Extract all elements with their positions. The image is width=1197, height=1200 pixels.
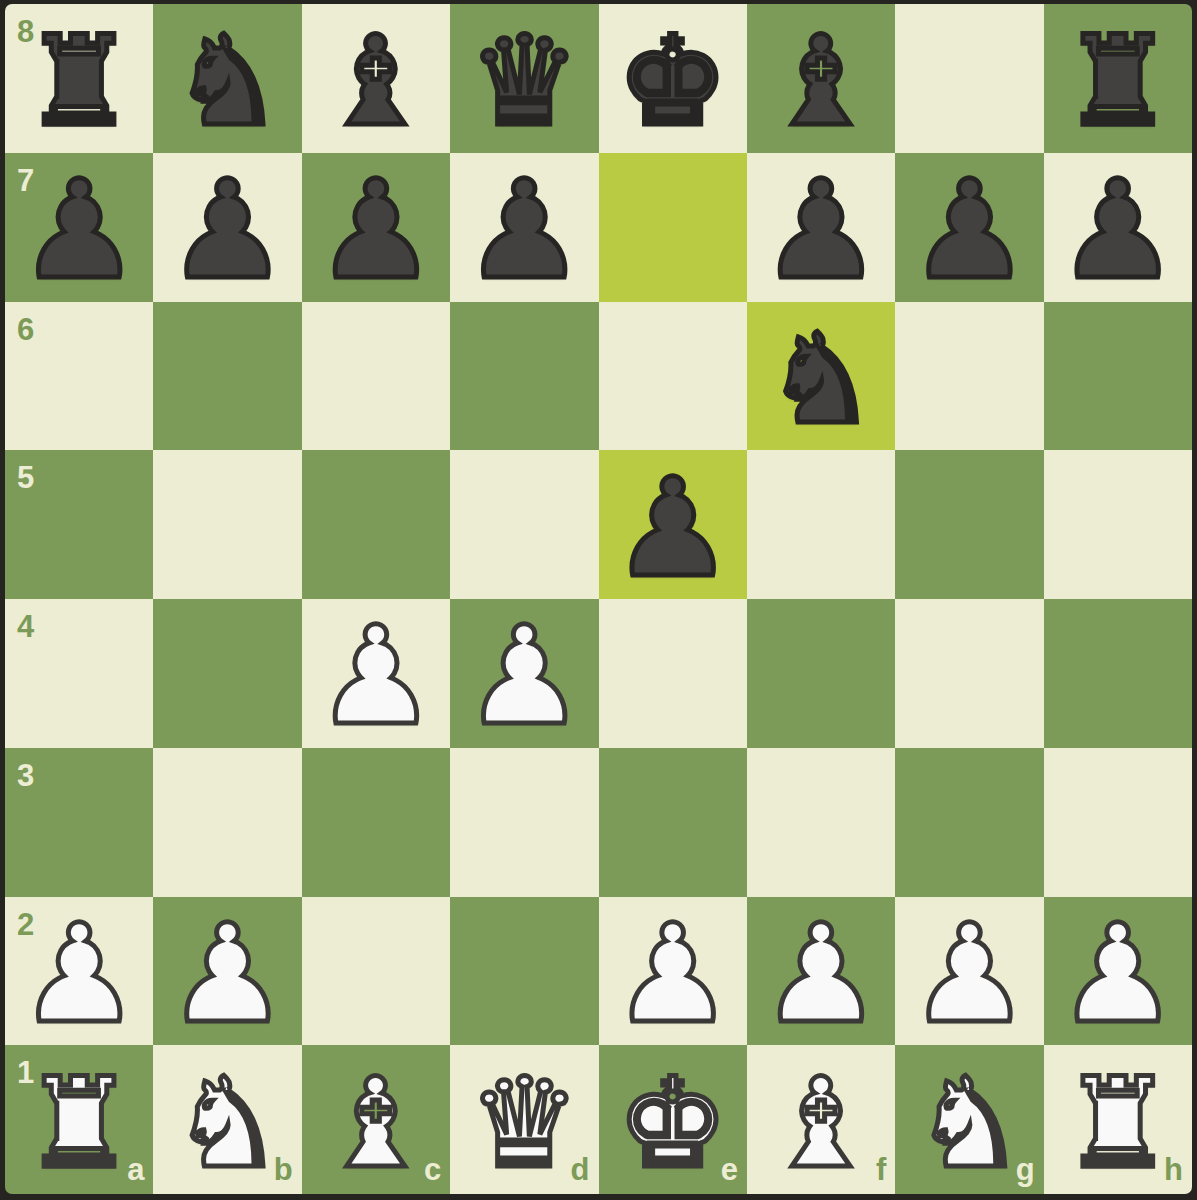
board-grid: 8♜♞♝♛♚♝♜7♟♟♟♟♟♟♟6♞5♟4♟♟32♟♟♟♟♟♟1a♜b♞c♝d♛… [5,4,1192,1194]
square-h7[interactable]: ♟ [1044,153,1192,302]
square-b8[interactable]: ♞ [153,4,301,153]
square-h6[interactable] [1044,302,1192,451]
piece-black-pawn[interactable]: ♟ [895,156,1043,305]
square-h3[interactable] [1044,748,1192,897]
square-g8[interactable] [895,4,1043,153]
square-a8[interactable]: 8♜ [5,4,153,153]
square-a1[interactable]: 1a♜ [5,1045,153,1194]
square-f2[interactable]: ♟ [747,897,895,1046]
square-g5[interactable] [895,450,1043,599]
piece-white-queen[interactable]: ♛ [450,1048,598,1194]
square-a4[interactable]: 4 [5,599,153,748]
square-e1[interactable]: e♚ [599,1045,747,1194]
square-d6[interactable] [450,302,598,451]
square-d8[interactable]: ♛ [450,4,598,153]
square-a7[interactable]: 7♟ [5,153,153,302]
square-e7[interactable] [599,153,747,302]
square-e3[interactable] [599,748,747,897]
piece-black-rook[interactable]: ♜ [5,7,153,156]
piece-white-pawn[interactable]: ♟ [599,900,747,1049]
square-a2[interactable]: 2♟ [5,897,153,1046]
square-a5[interactable]: 5 [5,450,153,599]
square-e4[interactable] [599,599,747,748]
square-f3[interactable] [747,748,895,897]
square-g6[interactable] [895,302,1043,451]
chess-board: 8♜♞♝♛♚♝♜7♟♟♟♟♟♟♟6♞5♟4♟♟32♟♟♟♟♟♟1a♜b♞c♝d♛… [5,4,1192,1194]
square-d2[interactable] [450,897,598,1046]
coord-rank-4: 4 [17,611,34,642]
square-e8[interactable]: ♚ [599,4,747,153]
square-c8[interactable]: ♝ [302,4,450,153]
square-c3[interactable] [302,748,450,897]
square-h2[interactable]: ♟ [1044,897,1192,1046]
coord-rank-6: 6 [17,314,34,345]
square-b2[interactable]: ♟ [153,897,301,1046]
square-f4[interactable] [747,599,895,748]
piece-black-rook[interactable]: ♜ [1044,7,1192,156]
piece-white-pawn[interactable]: ♟ [450,602,598,751]
piece-white-pawn[interactable]: ♟ [5,900,153,1049]
square-c5[interactable] [302,450,450,599]
square-d3[interactable] [450,748,598,897]
square-g2[interactable]: ♟ [895,897,1043,1046]
piece-white-bishop[interactable]: ♝ [747,1048,895,1194]
square-a3[interactable]: 3 [5,748,153,897]
square-b5[interactable] [153,450,301,599]
piece-white-knight[interactable]: ♞ [895,1048,1043,1194]
piece-white-rook[interactable]: ♜ [1044,1048,1192,1194]
square-d1[interactable]: d♛ [450,1045,598,1194]
square-g7[interactable]: ♟ [895,153,1043,302]
square-d5[interactable] [450,450,598,599]
square-e6[interactable] [599,302,747,451]
square-c1[interactable]: c♝ [302,1045,450,1194]
square-f6[interactable]: ♞ [747,302,895,451]
piece-black-bishop[interactable]: ♝ [747,7,895,156]
coord-rank-3: 3 [17,760,34,791]
piece-black-knight[interactable]: ♞ [747,305,895,454]
square-h4[interactable] [1044,599,1192,748]
square-b6[interactable] [153,302,301,451]
piece-white-king[interactable]: ♚ [599,1048,747,1194]
square-g4[interactable] [895,599,1043,748]
square-d7[interactable]: ♟ [450,153,598,302]
square-h1[interactable]: h♜ [1044,1045,1192,1194]
piece-white-rook[interactable]: ♜ [5,1048,153,1194]
piece-black-knight[interactable]: ♞ [153,7,301,156]
piece-black-pawn[interactable]: ♟ [1044,156,1192,305]
square-d4[interactable]: ♟ [450,599,598,748]
square-h5[interactable] [1044,450,1192,599]
square-c7[interactable]: ♟ [302,153,450,302]
square-g3[interactable] [895,748,1043,897]
square-f1[interactable]: f♝ [747,1045,895,1194]
coord-rank-5: 5 [17,462,34,493]
square-c6[interactable] [302,302,450,451]
piece-white-knight[interactable]: ♞ [153,1048,301,1194]
square-c2[interactable] [302,897,450,1046]
piece-black-pawn[interactable]: ♟ [747,156,895,305]
piece-black-pawn[interactable]: ♟ [599,453,747,602]
piece-white-pawn[interactable]: ♟ [153,900,301,1049]
square-e2[interactable]: ♟ [599,897,747,1046]
piece-black-pawn[interactable]: ♟ [5,156,153,305]
piece-black-pawn[interactable]: ♟ [302,156,450,305]
square-h8[interactable]: ♜ [1044,4,1192,153]
piece-black-queen[interactable]: ♛ [450,7,598,156]
square-f8[interactable]: ♝ [747,4,895,153]
piece-white-pawn[interactable]: ♟ [895,900,1043,1049]
square-b4[interactable] [153,599,301,748]
piece-black-pawn[interactable]: ♟ [153,156,301,305]
piece-white-pawn[interactable]: ♟ [1044,900,1192,1049]
piece-white-bishop[interactable]: ♝ [302,1048,450,1194]
piece-white-pawn[interactable]: ♟ [747,900,895,1049]
square-c4[interactable]: ♟ [302,599,450,748]
piece-black-pawn[interactable]: ♟ [450,156,598,305]
square-b7[interactable]: ♟ [153,153,301,302]
square-a6[interactable]: 6 [5,302,153,451]
square-b3[interactable] [153,748,301,897]
square-f5[interactable] [747,450,895,599]
square-g1[interactable]: g♞ [895,1045,1043,1194]
piece-black-king[interactable]: ♚ [599,7,747,156]
piece-black-bishop[interactable]: ♝ [302,7,450,156]
piece-white-pawn[interactable]: ♟ [302,602,450,751]
square-f7[interactable]: ♟ [747,153,895,302]
square-e5[interactable]: ♟ [599,450,747,599]
square-b1[interactable]: b♞ [153,1045,301,1194]
